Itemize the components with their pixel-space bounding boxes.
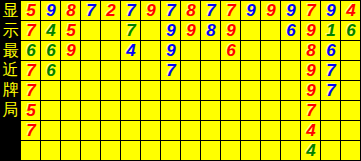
grid-cell (201, 141, 221, 161)
grid-cell: 4 (121, 41, 141, 61)
grid-cell (101, 21, 121, 41)
grid-cell (321, 141, 341, 161)
grid-cell: 4 (341, 1, 361, 21)
grid-cell (201, 61, 221, 81)
grid-cell: 9 (41, 1, 61, 21)
grid-cell (61, 81, 81, 101)
grid-cell (221, 81, 241, 101)
grid-cell (261, 21, 281, 41)
grid-cell (121, 61, 141, 81)
grid-cell (281, 41, 301, 61)
grid-cell: 9 (181, 21, 201, 41)
grid-cell (241, 41, 261, 61)
grid-cell (321, 101, 341, 121)
grid-cell: 7 (81, 1, 101, 21)
grid-cell: 9 (141, 1, 161, 21)
grid-cell: 7 (161, 61, 181, 81)
grid-cell (81, 41, 101, 61)
grid-cell (101, 101, 121, 121)
grid-cell (341, 81, 361, 101)
grid-cell: 9 (301, 61, 321, 81)
grid-cell (161, 101, 181, 121)
grid-cell: 4 (41, 21, 61, 41)
grid-cell (121, 81, 141, 101)
grid-cell (201, 81, 221, 101)
grid-cell (221, 61, 241, 81)
grid-cell (81, 81, 101, 101)
grid-cell (341, 41, 361, 61)
grid-cell (101, 81, 121, 101)
grid-cell (281, 101, 301, 121)
grid-cell (141, 61, 161, 81)
grid-cell: 2 (101, 1, 121, 21)
grid-cell (341, 121, 361, 141)
grid-cell: 1 (321, 21, 341, 41)
grid-cell (261, 121, 281, 141)
grid-cell: 5 (21, 101, 41, 121)
grid-cell (241, 61, 261, 81)
grid-cell: 8 (181, 1, 201, 21)
grid-cell (61, 121, 81, 141)
grid-cell: 7 (301, 101, 321, 121)
grid-cell (81, 141, 101, 161)
grid-cell (121, 101, 141, 121)
grid-cell (281, 81, 301, 101)
grid-cell (261, 81, 281, 101)
grid-cell (221, 121, 241, 141)
grid-cell (341, 101, 361, 121)
grid-cell (41, 121, 61, 141)
grid-cell: 9 (301, 81, 321, 101)
grid-cell: 9 (281, 1, 301, 21)
grid-cell (281, 61, 301, 81)
grid-cell (161, 81, 181, 101)
grid-cell: 9 (161, 21, 181, 41)
grid-cell: 7 (321, 61, 341, 81)
grid-cell (101, 41, 121, 61)
grid-cell (121, 141, 141, 161)
grid-cell (181, 41, 201, 61)
grid-cell (261, 141, 281, 161)
sidebar-title: 显示最近牌局 (0, 0, 21, 161)
grid-cell: 7 (121, 1, 141, 21)
grid-cell: 9 (301, 21, 321, 41)
grid-cell (21, 141, 41, 161)
grid-cell (181, 141, 201, 161)
grid-cell (141, 141, 161, 161)
grid-cell (261, 101, 281, 121)
recent-games-board: 显示最近牌局 598727978779997947457998969166694… (0, 0, 361, 161)
grid-cell (101, 141, 121, 161)
grid-cell: 6 (341, 21, 361, 41)
grid-cell (181, 101, 201, 121)
grid-cell (241, 21, 261, 41)
grid-cell: 7 (221, 1, 241, 21)
grid-cell: 6 (21, 41, 41, 61)
grid-cell: 8 (61, 1, 81, 21)
grid-cell (141, 81, 161, 101)
grid-cell (341, 61, 361, 81)
grid-cell: 4 (301, 141, 321, 161)
grid-cell: 4 (301, 121, 321, 141)
grid-cell (281, 141, 301, 161)
grid-cell (141, 41, 161, 61)
grid-cell: 7 (21, 121, 41, 141)
grid-cell: 7 (301, 1, 321, 21)
grid-cell (221, 141, 241, 161)
grid-cell: 7 (201, 1, 221, 21)
grid-cell (181, 61, 201, 81)
grid-cell (141, 121, 161, 141)
grid-cell (181, 81, 201, 101)
grid-cell (221, 101, 241, 121)
grid-cell: 6 (41, 61, 61, 81)
grid-cell: 6 (321, 41, 341, 61)
grid-cell (321, 121, 341, 141)
grid-cell (201, 41, 221, 61)
grid-cell (81, 121, 101, 141)
grid-cell (81, 61, 101, 81)
grid-cell: 5 (61, 21, 81, 41)
grid-cell (241, 121, 261, 141)
grid-cell (281, 121, 301, 141)
grid-cell (201, 101, 221, 121)
grid-cell (181, 121, 201, 141)
grid-cell: 9 (261, 1, 281, 21)
grid-cell (161, 141, 181, 161)
grid-cell (141, 101, 161, 121)
grid-cell: 6 (281, 21, 301, 41)
grid-cell: 7 (121, 21, 141, 41)
grid-cell: 7 (161, 1, 181, 21)
grid-cell (241, 101, 261, 121)
grid-cell (141, 21, 161, 41)
grid-cell: 6 (41, 41, 61, 61)
grid-cell (41, 101, 61, 121)
grid-cell (261, 61, 281, 81)
grid-cell (41, 81, 61, 101)
grid-cell: 9 (221, 21, 241, 41)
grid-cell: 6 (221, 41, 241, 61)
history-grid: 5987279787799979474579989691666949686767… (21, 0, 361, 161)
grid-cell: 8 (201, 21, 221, 41)
grid-cell: 8 (301, 41, 321, 61)
grid-cell (101, 61, 121, 81)
grid-cell (241, 81, 261, 101)
grid-cell: 7 (21, 61, 41, 81)
grid-cell (161, 121, 181, 141)
grid-cell: 9 (241, 1, 261, 21)
grid-cell (61, 101, 81, 121)
grid-cell (261, 41, 281, 61)
grid-cell (201, 121, 221, 141)
grid-cell (81, 21, 101, 41)
grid-cell: 7 (321, 81, 341, 101)
grid-cell (61, 61, 81, 81)
grid-cell: 9 (61, 41, 81, 61)
grid-cell: 9 (161, 41, 181, 61)
grid-cell: 7 (21, 81, 41, 101)
grid-cell (61, 141, 81, 161)
grid-cell (341, 141, 361, 161)
grid-cell (81, 101, 101, 121)
grid-cell: 5 (21, 1, 41, 21)
grid-cell (41, 141, 61, 161)
grid-cell (121, 121, 141, 141)
grid-cell: 9 (321, 1, 341, 21)
grid-cell (241, 141, 261, 161)
grid-cell (101, 121, 121, 141)
grid-cell: 7 (21, 21, 41, 41)
